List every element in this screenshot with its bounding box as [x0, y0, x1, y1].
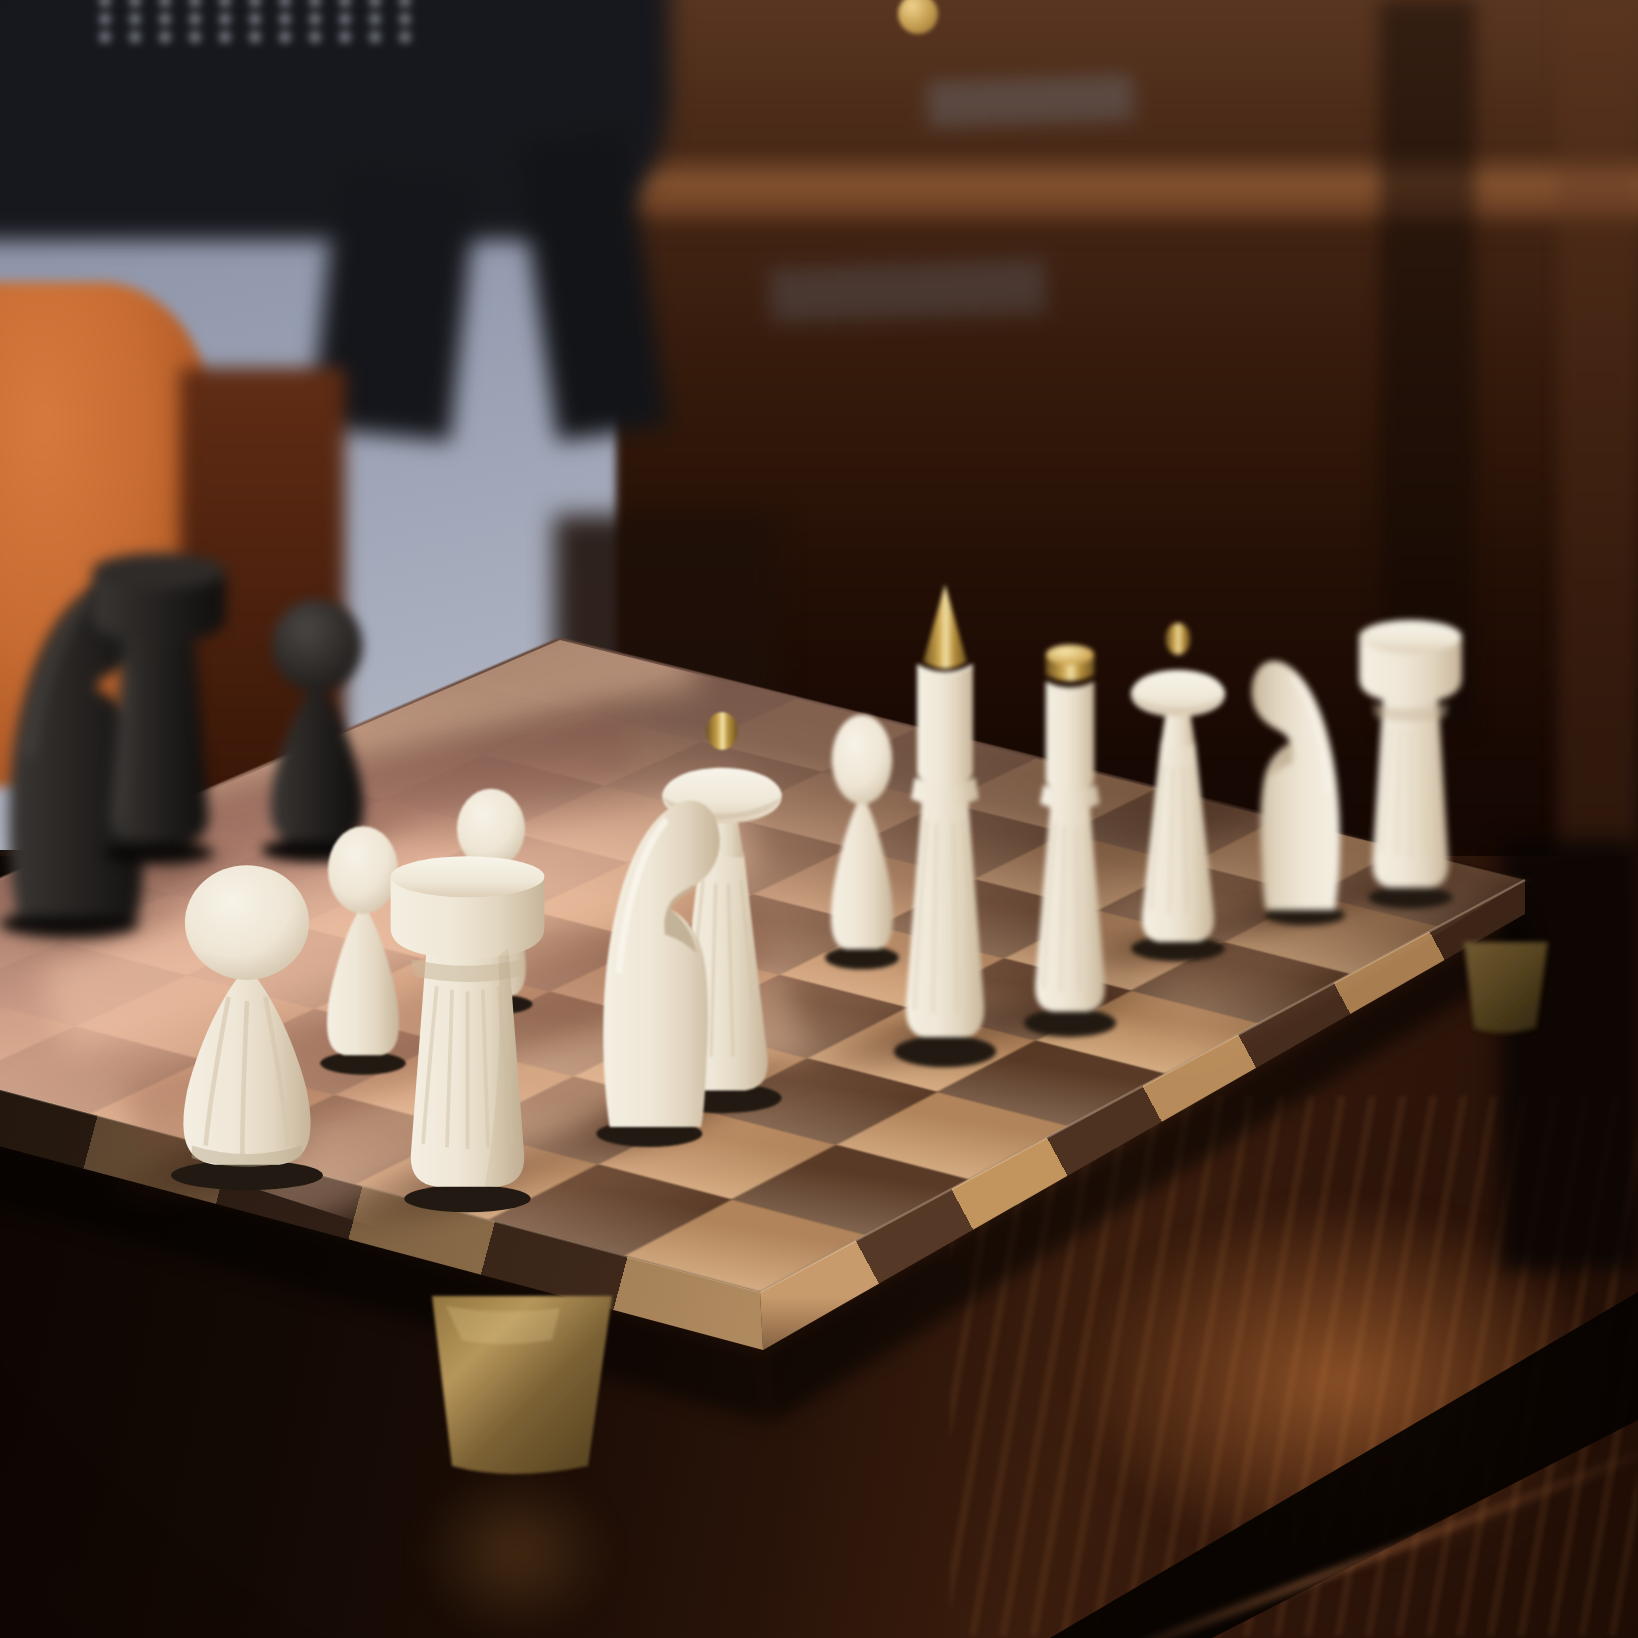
- white-rook-h1: ♖: [365, 839, 570, 1250]
- white-knight-b1: ♘: [1238, 640, 1368, 933]
- brass-foot-reflection: [418, 1468, 613, 1638]
- white-pawn-h2: ♙: [132, 844, 362, 1205]
- cabinet-reflection: [769, 259, 1046, 323]
- white-king-e1: ♔: [866, 574, 1024, 1083]
- cabinet-rail: [616, 150, 1638, 242]
- side-table-top-detail: [90, 0, 410, 46]
- shadow-right-of-board: [1500, 840, 1638, 1270]
- cabinet-reflection: [927, 74, 1133, 127]
- cabinet-right-edge: [1558, 0, 1638, 900]
- scene: ♞ ♜ ♟ ♖: [0, 0, 1638, 1638]
- white-knight-g1: ♘: [566, 773, 738, 1157]
